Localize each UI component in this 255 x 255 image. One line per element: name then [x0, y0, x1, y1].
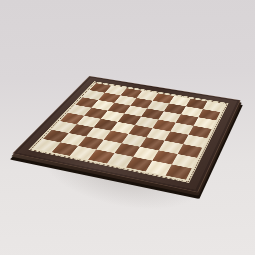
photo-background [0, 0, 255, 255]
